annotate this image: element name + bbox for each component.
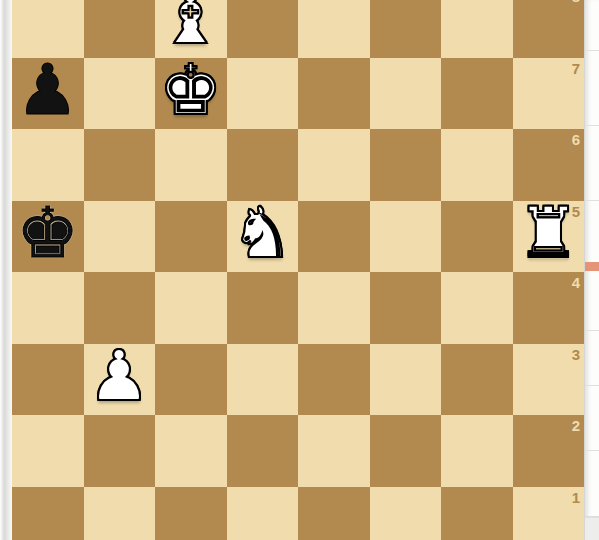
square-g7[interactable] [441, 58, 513, 130]
square-e8[interactable] [298, 0, 370, 58]
side-panel-edge [584, 0, 599, 540]
square-c7[interactable]: ♚ [155, 58, 227, 130]
square-a1[interactable]: a [12, 487, 84, 540]
square-a4[interactable] [12, 272, 84, 344]
square-g1[interactable]: g [441, 487, 513, 540]
square-c4[interactable] [155, 272, 227, 344]
left-page-gutter [0, 0, 12, 540]
square-f2[interactable] [370, 415, 442, 487]
square-a3[interactable] [12, 344, 84, 416]
square-b4[interactable] [84, 272, 156, 344]
row-separator [585, 517, 599, 518]
square-h4[interactable]: 4 [513, 272, 585, 344]
square-f7[interactable] [370, 58, 442, 130]
square-a5[interactable]: ♚ [12, 201, 84, 273]
square-d2[interactable] [227, 415, 299, 487]
square-d5[interactable]: ♞ [227, 201, 299, 273]
square-h5[interactable]: 5♜ [513, 201, 585, 273]
square-b1[interactable]: b [84, 487, 156, 540]
square-f3[interactable] [370, 344, 442, 416]
square-h1[interactable]: 1h [513, 487, 585, 540]
white-king-c7[interactable]: ♚ [159, 55, 222, 125]
square-d8[interactable] [227, 0, 299, 58]
square-h8[interactable]: 8 [513, 0, 585, 58]
square-g3[interactable] [441, 344, 513, 416]
square-e1[interactable]: e [298, 487, 370, 540]
rank-label-7: 7 [572, 61, 580, 76]
row-separator [585, 385, 599, 386]
square-d3[interactable] [227, 344, 299, 416]
square-b5[interactable] [84, 201, 156, 273]
square-c1[interactable]: c [155, 487, 227, 540]
square-c2[interactable] [155, 415, 227, 487]
row-separator [585, 450, 599, 451]
page: ♝8♟♚76♚♞5♜4♟32abcdefg1h [0, 0, 599, 540]
square-d4[interactable] [227, 272, 299, 344]
row-separator [585, 125, 599, 126]
white-knight-d5[interactable]: ♞ [231, 198, 294, 268]
square-e5[interactable] [298, 201, 370, 273]
square-h3[interactable]: 3 [513, 344, 585, 416]
row-separator [585, 330, 599, 331]
square-f6[interactable] [370, 129, 442, 201]
rank-label-4: 4 [572, 275, 580, 290]
square-a7[interactable]: ♟ [12, 58, 84, 130]
white-rook-h5[interactable]: ♜ [517, 198, 580, 268]
square-e3[interactable] [298, 344, 370, 416]
square-a6[interactable] [12, 129, 84, 201]
square-b8[interactable] [84, 0, 156, 58]
square-b7[interactable] [84, 58, 156, 130]
square-e2[interactable] [298, 415, 370, 487]
square-h6[interactable]: 6 [513, 129, 585, 201]
rank-label-1: 1 [572, 490, 580, 505]
white-pawn-b3[interactable]: ♟ [88, 341, 151, 411]
square-f4[interactable] [370, 272, 442, 344]
square-d1[interactable]: d [227, 487, 299, 540]
square-e4[interactable] [298, 272, 370, 344]
highlighted-row-edge [585, 262, 599, 271]
square-d6[interactable] [227, 129, 299, 201]
square-g2[interactable] [441, 415, 513, 487]
square-e7[interactable] [298, 58, 370, 130]
rank-label-3: 3 [572, 347, 580, 362]
square-g8[interactable] [441, 0, 513, 58]
square-a2[interactable] [12, 415, 84, 487]
square-g6[interactable] [441, 129, 513, 201]
black-king-a5[interactable]: ♚ [16, 198, 79, 268]
square-b6[interactable] [84, 129, 156, 201]
square-b2[interactable] [84, 415, 156, 487]
black-pawn-a7[interactable]: ♟ [16, 55, 79, 125]
rank-label-2: 2 [572, 418, 580, 433]
rank-label-6: 6 [572, 132, 580, 147]
chess-board[interactable]: ♝8♟♚76♚♞5♜4♟32abcdefg1h [12, 0, 584, 540]
square-e6[interactable] [298, 129, 370, 201]
square-f5[interactable] [370, 201, 442, 273]
square-h2[interactable]: 2 [513, 415, 585, 487]
square-b3[interactable]: ♟ [84, 344, 156, 416]
square-f8[interactable] [370, 0, 442, 58]
side-panel-footer-edge [585, 516, 599, 540]
white-bishop-c8[interactable]: ♝ [159, 0, 222, 54]
rank-label-8: 8 [572, 0, 580, 4]
square-c5[interactable] [155, 201, 227, 273]
square-f1[interactable]: f [370, 487, 442, 540]
square-g5[interactable] [441, 201, 513, 273]
square-d7[interactable] [227, 58, 299, 130]
square-h7[interactable]: 7 [513, 58, 585, 130]
row-separator [585, 50, 599, 51]
square-c3[interactable] [155, 344, 227, 416]
square-g4[interactable] [441, 272, 513, 344]
row-separator [585, 200, 599, 201]
square-c6[interactable] [155, 129, 227, 201]
